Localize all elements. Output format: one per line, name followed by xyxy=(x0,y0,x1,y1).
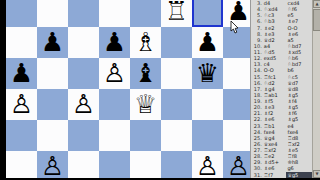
piece-white-pawn: ♙ xyxy=(72,89,95,120)
square-h4[interactable] xyxy=(223,89,250,120)
square-a3[interactable] xyxy=(6,120,37,151)
square-b4[interactable] xyxy=(37,89,68,120)
square-f3[interactable] xyxy=(161,120,192,151)
square-e4[interactable]: ♕ xyxy=(130,89,161,120)
square-f7[interactable]: ♖ xyxy=(161,0,192,27)
square-a6[interactable] xyxy=(6,27,37,58)
scrollbar-thumb[interactable] xyxy=(313,9,320,31)
piece-white-pawn: ♙ xyxy=(196,151,219,178)
square-e3[interactable] xyxy=(130,120,161,151)
piece-white-queen: ♕ xyxy=(134,89,157,120)
piece-white-pawn: ♙ xyxy=(227,151,250,178)
scrollbar-down-icon[interactable]: ▼ xyxy=(313,170,320,178)
square-c7[interactable] xyxy=(68,0,99,27)
square-g2[interactable]: ♙ xyxy=(192,151,223,178)
piece-black-pawn: ♟ xyxy=(10,58,33,89)
board-grid: ♖♟♟♟♗♟♟♙♝♛♙♙♕♙♙♙ xyxy=(6,0,250,178)
square-d6[interactable]: ♟ xyxy=(99,27,130,58)
bottom-letterbox-bar xyxy=(0,178,320,180)
piece-white-pawn: ♙ xyxy=(41,151,64,178)
square-h3[interactable] xyxy=(223,120,250,151)
mouse-arrow-icon xyxy=(230,21,239,34)
square-b6[interactable]: ♟ xyxy=(37,27,68,58)
square-d2[interactable] xyxy=(99,151,130,178)
scrollbar-up-icon[interactable]: ▲ xyxy=(313,0,320,8)
move-cell-black[interactable]: ♕g5 xyxy=(286,172,313,178)
move-number: 31. xyxy=(251,172,263,178)
square-g5[interactable]: ♛ xyxy=(192,58,223,89)
square-d5[interactable]: ♙ xyxy=(99,58,130,89)
square-a2[interactable] xyxy=(6,151,37,178)
square-a5[interactable]: ♟ xyxy=(6,58,37,89)
square-e2[interactable] xyxy=(130,151,161,178)
chess-board: ♖♟♟♟♗♟♟♙♝♛♙♙♕♙♙♙ xyxy=(6,0,250,178)
square-g3[interactable] xyxy=(192,120,223,151)
square-c3[interactable] xyxy=(68,120,99,151)
move-cell-white[interactable]: ♖f7 xyxy=(263,172,287,178)
square-d7[interactable] xyxy=(99,0,130,27)
square-a7[interactable] xyxy=(6,0,37,27)
square-c2[interactable] xyxy=(68,151,99,178)
square-b3[interactable] xyxy=(37,120,68,151)
square-f5[interactable] xyxy=(161,58,192,89)
square-e7[interactable] xyxy=(130,0,161,27)
square-b5[interactable] xyxy=(37,58,68,89)
move-list: 3.d4cxd44.♘xd4♘f65.♘c3e56.♘b3♗e77.♗e2O-O… xyxy=(251,0,313,178)
square-d4[interactable] xyxy=(99,89,130,120)
square-g6[interactable]: ♟ xyxy=(192,27,223,58)
piece-black-pawn: ♟ xyxy=(103,27,126,58)
square-h5[interactable] xyxy=(223,58,250,89)
piece-black-bishop: ♝ xyxy=(134,58,157,89)
piece-black-pawn: ♟ xyxy=(41,27,64,58)
square-a4[interactable]: ♙ xyxy=(6,89,37,120)
piece-black-queen: ♛ xyxy=(196,58,219,89)
piece-white-pawn: ♙ xyxy=(103,58,126,89)
square-b7[interactable] xyxy=(37,0,68,27)
move-row: 31.♖f7♕g5 xyxy=(251,172,313,178)
square-f4[interactable] xyxy=(161,89,192,120)
piece-white-bishop: ♗ xyxy=(134,27,157,58)
video-frame: ♖♟♟♟♗♟♟♙♝♛♙♙♕♙♙♙ 3.d4cxd44.♘xd4♘f65.♘c3e… xyxy=(0,0,320,180)
square-f6[interactable] xyxy=(161,27,192,58)
square-d3[interactable] xyxy=(99,120,130,151)
square-e6[interactable]: ♗ xyxy=(130,27,161,58)
square-b2[interactable]: ♙ xyxy=(37,151,68,178)
piece-white-pawn: ♙ xyxy=(10,89,33,120)
move-list-panel: 3.d4cxd44.♘xd4♘f65.♘c3e56.♘b3♗e77.♗e2O-O… xyxy=(250,0,320,178)
square-g7[interactable] xyxy=(192,0,223,27)
square-c6[interactable] xyxy=(68,27,99,58)
piece-white-rook: ♖ xyxy=(165,0,188,27)
square-e5[interactable]: ♝ xyxy=(130,58,161,89)
square-c5[interactable] xyxy=(68,58,99,89)
square-c4[interactable]: ♙ xyxy=(68,89,99,120)
square-h2[interactable]: ♙ xyxy=(223,151,250,178)
scrollbar[interactable]: ▲ ▼ xyxy=(312,0,320,178)
square-f2[interactable] xyxy=(161,151,192,178)
square-g4[interactable] xyxy=(192,89,223,120)
piece-black-pawn: ♟ xyxy=(196,27,219,58)
